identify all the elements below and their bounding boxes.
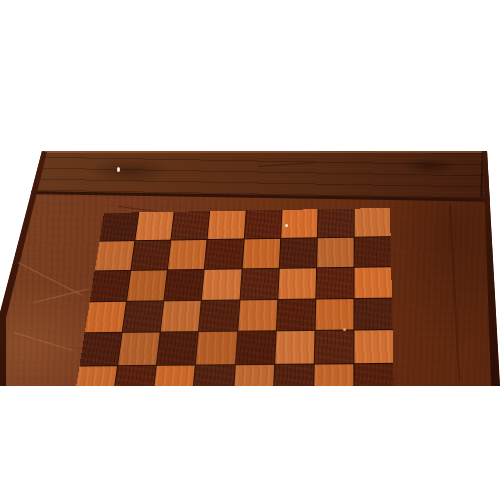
board-square	[354, 237, 391, 267]
board-square	[242, 239, 280, 268]
board-square	[205, 239, 243, 268]
board-square	[123, 301, 164, 332]
board-square	[136, 212, 174, 240]
board-square	[74, 366, 117, 386]
board-square	[354, 298, 392, 330]
board-square	[238, 299, 277, 331]
board-square	[153, 366, 195, 386]
scratch-mark	[118, 206, 158, 212]
board-square	[275, 331, 314, 364]
paint-speck	[343, 328, 346, 331]
board-square	[276, 299, 315, 331]
board-square	[318, 209, 354, 238]
board-square	[168, 240, 207, 269]
board-square	[113, 366, 156, 386]
board-square	[354, 364, 394, 386]
board-square	[317, 238, 354, 268]
scratch-mark	[18, 262, 83, 296]
board-square	[85, 301, 126, 332]
board-square	[354, 330, 393, 363]
board-square	[314, 331, 353, 364]
board-square	[315, 299, 353, 331]
board-square	[354, 208, 390, 237]
board-square	[172, 211, 210, 239]
board-square	[208, 211, 245, 239]
board-square	[165, 270, 204, 300]
board-square	[131, 240, 170, 269]
games-board	[0, 0, 500, 386]
board-square	[244, 210, 281, 238]
board-photo	[0, 0, 500, 386]
board-square	[202, 269, 241, 299]
board-square	[118, 333, 160, 365]
board-square	[161, 300, 201, 331]
wood-grain-line	[449, 204, 460, 382]
board-top-bevel	[0, 151, 500, 153]
paint-speck	[117, 167, 120, 172]
checkerboard-inlay	[74, 208, 394, 386]
board-square	[235, 332, 275, 365]
board-square	[95, 241, 135, 270]
scratch-mark	[14, 332, 74, 351]
board-square	[278, 268, 316, 299]
board-square	[196, 332, 237, 365]
board-square	[273, 365, 313, 386]
board-square	[193, 365, 234, 386]
board-square	[80, 333, 122, 365]
board-square	[199, 300, 239, 331]
board-square	[314, 364, 354, 386]
paint-speck	[285, 224, 288, 227]
board-square	[157, 332, 198, 365]
board-square	[100, 212, 139, 240]
board-square	[233, 365, 274, 386]
board-square	[90, 271, 130, 301]
page-background	[0, 0, 500, 500]
board-square	[240, 268, 278, 298]
board-square	[316, 267, 353, 298]
board-square	[127, 270, 167, 300]
scratch-mark	[34, 288, 89, 303]
board-square	[354, 267, 392, 298]
board-square	[279, 238, 316, 267]
